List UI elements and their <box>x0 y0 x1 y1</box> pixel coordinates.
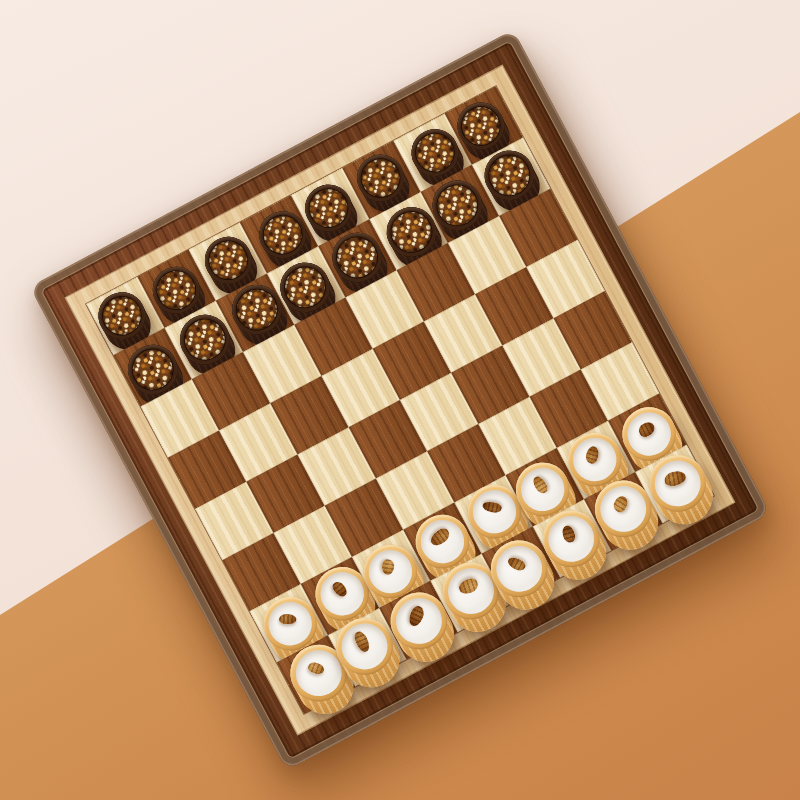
walnut-garnish <box>531 474 550 496</box>
walnut-garnish <box>406 604 426 628</box>
board-grid <box>86 86 714 714</box>
walnut-garnish <box>561 524 577 544</box>
walnut-garnish <box>381 558 395 575</box>
walnut-garnish <box>428 526 453 549</box>
walnut-garnish <box>330 579 349 599</box>
walnut-garnish <box>352 629 372 654</box>
chessboard <box>29 29 770 770</box>
walnut-garnish <box>506 555 527 573</box>
walnut-garnish <box>307 660 326 676</box>
photo-canvas <box>0 0 800 800</box>
board-maple-border <box>65 65 736 736</box>
walnut-garnish <box>584 445 601 465</box>
walnut-garnish <box>279 613 297 624</box>
walnut-garnish <box>663 470 687 488</box>
walnut-garnish <box>481 500 502 514</box>
board-shadow <box>0 0 800 800</box>
walnut-garnish <box>457 576 480 596</box>
walnut-garnish <box>611 494 631 515</box>
walnut-garnish <box>636 420 657 439</box>
